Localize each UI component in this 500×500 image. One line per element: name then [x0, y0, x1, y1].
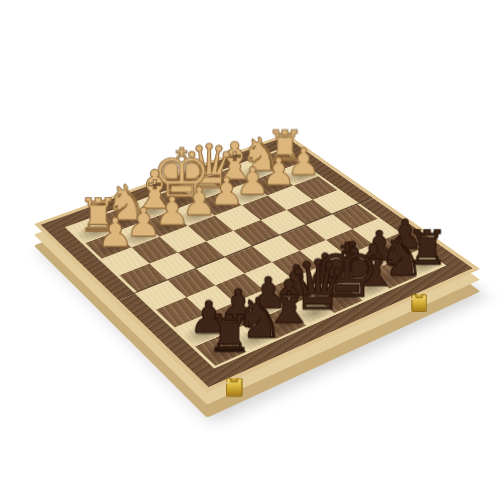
chess-board: ♜♞♝♚♛♝♞♜♟♟♟♟♟♟♟♟♟♟♟♟♟♟♟♟♜♞♝♛♚♝♞♜	[34, 133, 480, 392]
product-photo-scene: ♜♞♝♚♛♝♞♜♟♟♟♟♟♟♟♟♟♟♟♟♟♟♟♟♜♞♝♛♚♝♞♜	[0, 0, 500, 500]
